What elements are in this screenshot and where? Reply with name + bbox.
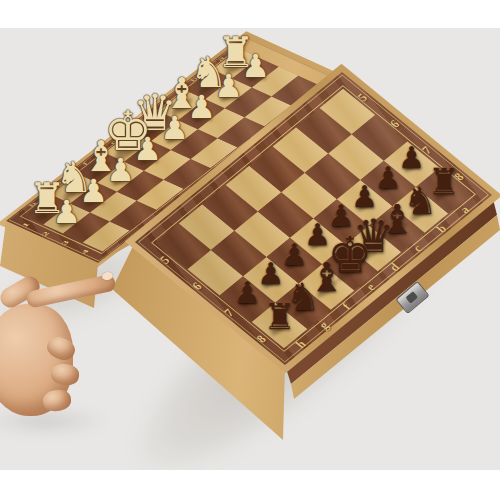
clasp-keeper	[405, 291, 418, 304]
top-white-strip	[0, 0, 500, 28]
hand	[0, 280, 135, 430]
product-photo-stage: 11223344hgfedcba 55667788hgfedcba ♜♞♝♛♚♝…	[0, 0, 500, 500]
bottom-white-strip	[0, 470, 500, 500]
